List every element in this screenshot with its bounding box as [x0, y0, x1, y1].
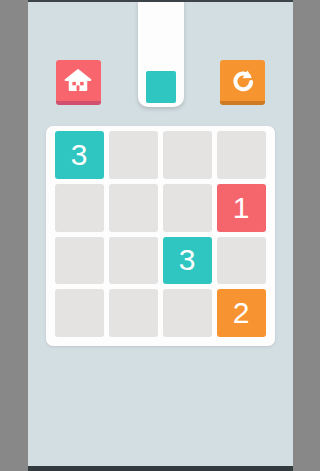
home-button[interactable]: [56, 60, 101, 105]
tile-1-r1c3[interactable]: 1: [217, 184, 266, 232]
board: 3132: [46, 126, 275, 346]
undo-icon: [227, 66, 257, 96]
cell-empty-r1c1[interactable]: [109, 184, 158, 232]
cell-empty-r0c1[interactable]: [109, 131, 158, 179]
cell-empty-r2c3[interactable]: [217, 237, 266, 285]
next-tile[interactable]: [146, 71, 176, 103]
home-icon: [63, 66, 93, 96]
undo-button[interactable]: [220, 60, 265, 105]
top-edge-bar: [28, 0, 293, 2]
tile-2-r3c3[interactable]: 2: [217, 289, 266, 337]
cell-empty-r3c1[interactable]: [109, 289, 158, 337]
tile-3-r2c2[interactable]: 3: [163, 237, 212, 285]
cell-empty-r0c2[interactable]: [163, 131, 212, 179]
cell-empty-r1c0[interactable]: [55, 184, 104, 232]
cell-empty-r3c0[interactable]: [55, 289, 104, 337]
cell-empty-r2c0[interactable]: [55, 237, 104, 285]
bottom-edge-bar: [28, 466, 293, 471]
cell-empty-r3c2[interactable]: [163, 289, 212, 337]
board-grid: 3132: [55, 131, 266, 337]
cell-empty-r1c2[interactable]: [163, 184, 212, 232]
next-tile-chute: [138, 0, 184, 107]
tile-3-r0c0[interactable]: 3: [55, 131, 104, 179]
app-screen: 3132: [28, 0, 293, 471]
cell-empty-r2c1[interactable]: [109, 237, 158, 285]
cell-empty-r0c3[interactable]: [217, 131, 266, 179]
